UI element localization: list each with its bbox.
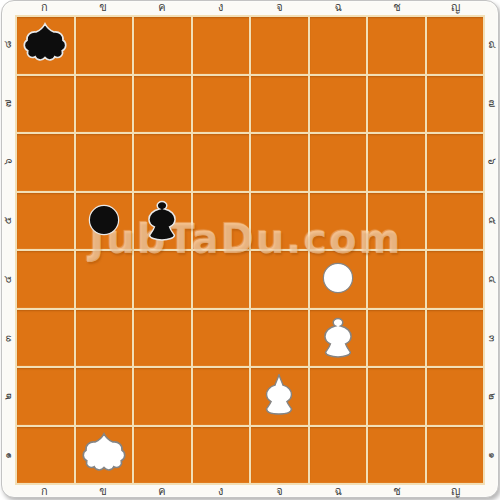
square-d8[interactable] [193, 17, 250, 74]
coordinate-label: ๓ [489, 309, 496, 368]
square-h1[interactable] [427, 427, 484, 484]
rank-labels-right: ๘๗๖๕๔๓๒๑ [486, 15, 499, 485]
square-f5[interactable] [310, 193, 367, 250]
square-d7[interactable] [193, 76, 250, 133]
coordinate-label: ๘ [489, 15, 497, 74]
square-g2[interactable] [368, 368, 425, 425]
square-c3[interactable] [134, 310, 191, 367]
square-b4[interactable] [76, 251, 133, 308]
square-g3[interactable] [368, 310, 425, 367]
square-a1[interactable] [17, 427, 74, 484]
square-f2[interactable] [310, 368, 367, 425]
piece-black-bia-b5[interactable] [86, 202, 122, 238]
square-b2[interactable] [76, 368, 133, 425]
square-c8[interactable] [134, 17, 191, 74]
square-h5[interactable] [427, 193, 484, 250]
file-labels-top: กขคงจฉชญ [15, 1, 485, 14]
square-e3[interactable] [251, 310, 308, 367]
square-d3[interactable] [193, 310, 250, 367]
square-h2[interactable] [427, 368, 484, 425]
coordinate-label: ๕ [4, 191, 12, 250]
piece-black-rua-a8[interactable] [18, 20, 72, 68]
coordinate-label: ๓ [4, 309, 11, 368]
file-labels-bottom: กขคงจฉชญ [15, 485, 485, 498]
coordinate-label: ง [191, 485, 250, 498]
coordinate-label: ช [368, 1, 427, 14]
coordinate-label: ๔ [4, 250, 12, 309]
coordinate-label: ญ [426, 485, 485, 498]
coordinate-label: ก [15, 485, 74, 498]
coordinate-label: ๖ [4, 133, 10, 192]
square-e5[interactable] [251, 193, 308, 250]
coordinate-label: ง [191, 1, 250, 14]
square-e8[interactable] [251, 17, 308, 74]
square-e7[interactable] [251, 76, 308, 133]
square-f8[interactable] [310, 17, 367, 74]
square-h3[interactable] [427, 310, 484, 367]
square-f6[interactable] [310, 134, 367, 191]
square-c2[interactable] [134, 368, 191, 425]
coordinate-label: ฉ [309, 485, 368, 498]
square-b3[interactable] [76, 310, 133, 367]
square-c7[interactable] [134, 76, 191, 133]
square-b7[interactable] [76, 76, 133, 133]
coordinate-label: ๕ [489, 191, 497, 250]
square-a4[interactable] [17, 251, 74, 308]
coordinate-label: ค [133, 1, 192, 14]
square-g5[interactable] [368, 193, 425, 250]
piece-white-rua-b1[interactable] [77, 430, 131, 478]
coordinate-label: ๑ [4, 426, 10, 485]
square-a7[interactable] [17, 76, 74, 133]
coordinate-label: ๔ [489, 250, 497, 309]
square-f7[interactable] [310, 76, 367, 133]
coordinate-label: ๗ [4, 74, 12, 133]
square-c6[interactable] [134, 134, 191, 191]
square-d1[interactable] [193, 427, 250, 484]
coordinate-label: ค [133, 485, 192, 498]
square-g7[interactable] [368, 76, 425, 133]
board-grid [15, 15, 485, 485]
coordinate-label: ๑ [489, 426, 495, 485]
square-h7[interactable] [427, 76, 484, 133]
piece-white-bia-f4[interactable] [320, 260, 356, 296]
square-a6[interactable] [17, 134, 74, 191]
square-c4[interactable] [134, 251, 191, 308]
coordinate-label: ๘ [4, 15, 12, 74]
square-c1[interactable] [134, 427, 191, 484]
coordinate-label: ข [74, 1, 133, 14]
square-b8[interactable] [76, 17, 133, 74]
square-d5[interactable] [193, 193, 250, 250]
coordinate-label: ฉ [309, 1, 368, 14]
square-g6[interactable] [368, 134, 425, 191]
square-b6[interactable] [76, 134, 133, 191]
square-a3[interactable] [17, 310, 74, 367]
square-d6[interactable] [193, 134, 250, 191]
square-g4[interactable] [368, 251, 425, 308]
square-d2[interactable] [193, 368, 250, 425]
square-d4[interactable] [193, 251, 250, 308]
square-e4[interactable] [251, 251, 308, 308]
coordinate-label: ญ [426, 1, 485, 14]
square-h8[interactable] [427, 17, 484, 74]
coordinate-label: ๖ [489, 133, 495, 192]
coordinate-label: ข [74, 485, 133, 498]
coordinate-label: จ [250, 485, 309, 498]
square-h6[interactable] [427, 134, 484, 191]
coordinate-label: ๗ [489, 74, 497, 133]
square-g1[interactable] [368, 427, 425, 484]
square-g8[interactable] [368, 17, 425, 74]
square-f1[interactable] [310, 427, 367, 484]
piece-white-khon-e2[interactable] [258, 367, 300, 423]
coordinate-label: ๒ [4, 368, 11, 427]
square-h4[interactable] [427, 251, 484, 308]
coordinate-label: ช [368, 485, 427, 498]
coordinate-label: ก [15, 1, 74, 14]
square-e1[interactable] [251, 427, 308, 484]
piece-black-khun-c5[interactable] [140, 194, 184, 246]
rank-labels-left: ๘๗๖๕๔๓๒๑ [1, 15, 14, 485]
coordinate-label: ๒ [489, 368, 496, 427]
square-e6[interactable] [251, 134, 308, 191]
coordinate-label: จ [250, 1, 309, 14]
piece-white-khun-f3[interactable] [316, 311, 360, 363]
square-a2[interactable] [17, 368, 74, 425]
square-a5[interactable] [17, 193, 74, 250]
